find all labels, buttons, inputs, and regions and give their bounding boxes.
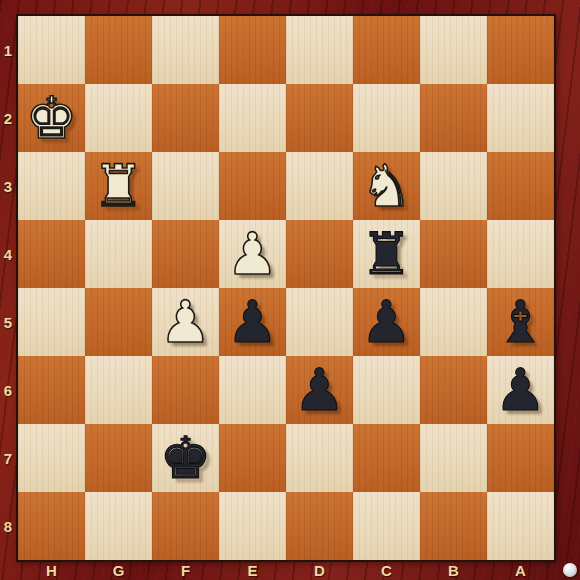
square-e3[interactable] [219,152,286,220]
piece-black-king-f7[interactable]: ♚ [160,429,212,487]
square-f8[interactable] [152,492,219,560]
square-d8[interactable] [286,492,353,560]
square-g6[interactable] [85,356,152,424]
white-to-move-indicator [563,563,577,577]
square-g7[interactable] [85,424,152,492]
rank-label-7: 7 [0,424,16,492]
file-label-g: G [85,562,152,579]
square-d6[interactable]: ♟ [286,356,353,424]
square-b4[interactable] [420,220,487,288]
square-e5[interactable]: ♟ [219,288,286,356]
square-g3[interactable]: ♜ [85,152,152,220]
square-g1[interactable] [85,16,152,84]
square-h6[interactable] [18,356,85,424]
square-f3[interactable] [152,152,219,220]
square-e7[interactable] [219,424,286,492]
rank-label-6: 6 [0,356,16,424]
chess-board: ♚♜♞♟♜♟♟♟♝♟♟♚ [16,14,556,562]
rank-label-4: 4 [0,220,16,288]
square-h8[interactable] [18,492,85,560]
square-c6[interactable] [353,356,420,424]
square-f7[interactable]: ♚ [152,424,219,492]
square-h2[interactable]: ♚ [18,84,85,152]
piece-white-pawn-f5[interactable]: ♟ [160,293,212,351]
file-label-h: H [18,562,85,579]
square-b5[interactable] [420,288,487,356]
file-label-c: C [353,562,420,579]
file-label-f: F [152,562,219,579]
square-f1[interactable] [152,16,219,84]
file-label-d: D [286,562,353,579]
square-g5[interactable] [85,288,152,356]
square-e8[interactable] [219,492,286,560]
square-e1[interactable] [219,16,286,84]
piece-black-pawn-a6[interactable]: ♟ [495,361,547,419]
square-h4[interactable] [18,220,85,288]
rank-label-3: 3 [0,152,16,220]
square-f5[interactable]: ♟ [152,288,219,356]
square-d5[interactable] [286,288,353,356]
piece-white-king-h2[interactable]: ♚ [26,89,78,147]
square-c2[interactable] [353,84,420,152]
piece-black-pawn-e5[interactable]: ♟ [227,293,279,351]
square-d7[interactable] [286,424,353,492]
square-a8[interactable] [487,492,554,560]
square-d1[interactable] [286,16,353,84]
square-b6[interactable] [420,356,487,424]
rank-label-2: 2 [0,84,16,152]
piece-white-pawn-e4[interactable]: ♟ [227,225,279,283]
square-b3[interactable] [420,152,487,220]
file-label-a: A [487,562,554,579]
square-c3[interactable]: ♞ [353,152,420,220]
square-f6[interactable] [152,356,219,424]
square-a6[interactable]: ♟ [487,356,554,424]
square-g4[interactable] [85,220,152,288]
square-f4[interactable] [152,220,219,288]
rank-labels: 12345678 [0,16,16,560]
file-labels: HGFEDCBA [18,562,554,579]
square-c7[interactable] [353,424,420,492]
square-e6[interactable] [219,356,286,424]
rank-label-5: 5 [0,288,16,356]
square-b8[interactable] [420,492,487,560]
square-f2[interactable] [152,84,219,152]
square-h1[interactable] [18,16,85,84]
square-c5[interactable]: ♟ [353,288,420,356]
square-a2[interactable] [487,84,554,152]
square-c8[interactable] [353,492,420,560]
square-e2[interactable] [219,84,286,152]
square-b7[interactable] [420,424,487,492]
square-h7[interactable] [18,424,85,492]
square-b1[interactable] [420,16,487,84]
square-d2[interactable] [286,84,353,152]
square-c4[interactable]: ♜ [353,220,420,288]
square-a3[interactable] [487,152,554,220]
square-d3[interactable] [286,152,353,220]
square-d4[interactable] [286,220,353,288]
piece-black-bishop-a5[interactable]: ♝ [495,293,547,351]
square-g2[interactable] [85,84,152,152]
file-label-b: B [420,562,487,579]
square-c1[interactable] [353,16,420,84]
square-a5[interactable]: ♝ [487,288,554,356]
piece-black-pawn-d6[interactable]: ♟ [294,361,346,419]
chess-app-window: ♚♜♞♟♜♟♟♟♝♟♟♚ 12345678 HGFEDCBA [0,0,580,580]
square-h5[interactable] [18,288,85,356]
square-e4[interactable]: ♟ [219,220,286,288]
rank-label-8: 8 [0,492,16,560]
square-a1[interactable] [487,16,554,84]
file-label-e: E [219,562,286,579]
square-h3[interactable] [18,152,85,220]
rank-label-1: 1 [0,16,16,84]
piece-white-knight-c3[interactable]: ♞ [361,157,413,215]
square-a4[interactable] [487,220,554,288]
square-g8[interactable] [85,492,152,560]
square-a7[interactable] [487,424,554,492]
piece-black-rook-c4[interactable]: ♜ [361,225,413,283]
piece-black-pawn-c5[interactable]: ♟ [361,293,413,351]
piece-white-rook-g3[interactable]: ♜ [93,157,145,215]
square-b2[interactable] [420,84,487,152]
